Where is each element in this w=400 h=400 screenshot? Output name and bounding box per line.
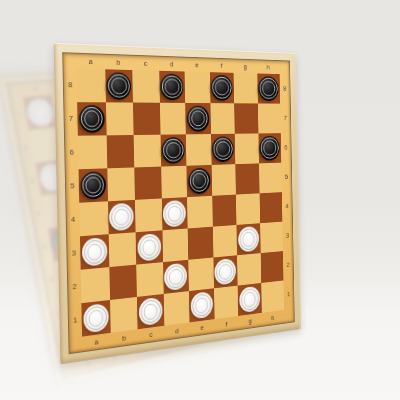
black-piece-d6[interactable] [162, 137, 185, 164]
margin-corner [7, 83, 23, 98]
square-e3[interactable] [188, 227, 213, 260]
margin-corner [69, 337, 82, 354]
rank-label-left-2: 2 [68, 270, 82, 305]
square-h4[interactable] [259, 192, 282, 223]
black-piece-h8[interactable] [258, 76, 279, 101]
piece-ring [114, 209, 129, 226]
white-piece-b4[interactable] [109, 203, 134, 231]
square-h6[interactable] [258, 133, 281, 163]
square-b4[interactable] [108, 200, 136, 234]
white-piece-g1[interactable] [239, 286, 260, 313]
square-g7[interactable] [234, 103, 258, 133]
square-g5[interactable] [235, 163, 259, 194]
square-a1 [23, 95, 58, 130]
file-label-top-d: d [159, 57, 185, 72]
white-piece-a1 [25, 98, 55, 127]
file-label-top-c: c [132, 56, 159, 71]
square-f8[interactable] [209, 72, 234, 103]
square-b5[interactable] [107, 167, 135, 201]
white-piece-a3[interactable] [82, 237, 108, 266]
rank-label-left-5: 5 [66, 169, 80, 203]
piece-ring [219, 264, 232, 280]
square-f5[interactable] [211, 164, 236, 196]
rank-label-left-2: 2 [16, 130, 35, 164]
rank-label-left-8: 8 [63, 68, 77, 102]
white-piece-f2[interactable] [214, 258, 236, 285]
square-b8[interactable] [105, 69, 133, 102]
rank-label-right-1: 1 [283, 279, 293, 309]
square-b2[interactable] [109, 265, 137, 300]
rank-label-left-3: 3 [67, 236, 81, 271]
black-piece-d8[interactable] [160, 74, 183, 101]
square-c6[interactable] [134, 135, 161, 168]
square-h7[interactable] [258, 103, 281, 133]
square-g4[interactable] [236, 193, 260, 225]
black-piece-e7[interactable] [187, 106, 210, 132]
square-d6[interactable] [160, 134, 186, 166]
rank-label-left-4: 4 [66, 203, 80, 237]
piece-ring [242, 231, 255, 247]
square-b6[interactable] [106, 135, 134, 168]
square-e5[interactable] [186, 165, 211, 197]
square-g3[interactable] [236, 223, 260, 255]
rank-label-left-4: 4 [29, 196, 48, 231]
square-h1[interactable] [261, 280, 284, 312]
square-a6[interactable] [78, 135, 107, 169]
white-piece-g3[interactable] [238, 226, 259, 253]
square-h2[interactable] [260, 251, 283, 283]
board-3d: abcdefgh8877665544332211abcdefgh [54, 43, 302, 365]
rank-label-left-1: 1 [69, 303, 83, 338]
square-f4[interactable] [212, 195, 237, 227]
square-c4[interactable] [135, 198, 162, 232]
piece-ring [27, 100, 53, 125]
square-e2[interactable] [188, 258, 213, 292]
square-d3[interactable] [162, 228, 188, 262]
rank-label-left-1: 1 [10, 97, 29, 131]
square-b7[interactable] [106, 102, 134, 135]
black-piece-b8[interactable] [106, 72, 131, 99]
square-b3[interactable] [108, 232, 136, 267]
white-piece-c1[interactable] [138, 297, 162, 326]
piece-ring [142, 239, 156, 256]
rank-label-left-7: 7 [64, 102, 78, 136]
square-e1[interactable] [189, 288, 214, 322]
square-c3[interactable] [136, 230, 163, 264]
file-label-top-e: e [184, 58, 209, 73]
margin-corner [284, 309, 294, 323]
file-label-top-a: a [76, 54, 105, 70]
square-d2[interactable] [163, 260, 189, 294]
square-e7[interactable] [185, 103, 210, 134]
margin-corner [279, 61, 289, 74]
black-piece-h6[interactable] [259, 136, 280, 161]
file-label-top-f: f [209, 59, 233, 73]
square-f3[interactable] [212, 225, 237, 258]
white-piece-e1[interactable] [190, 291, 212, 319]
square-f7[interactable] [210, 103, 235, 134]
photo-stage: abcdefgh8877665544332211abcdefgh abcdefg… [0, 0, 400, 400]
piece-ring [168, 206, 182, 222]
rank-label-right-7: 7 [280, 104, 290, 134]
square-g6[interactable] [235, 133, 259, 164]
wooden-frame: abcdefgh8877665544332211abcdefgh [54, 43, 302, 365]
square-g2[interactable] [237, 253, 261, 285]
rank-label-right-5: 5 [281, 162, 291, 192]
file-label-bottom-a: a [20, 81, 51, 97]
rank-label-right-4: 4 [282, 192, 292, 222]
rank-label-left-5: 5 [35, 229, 54, 264]
black-piece-e5[interactable] [188, 168, 211, 195]
square-f6[interactable] [211, 134, 236, 165]
square-g1[interactable] [238, 283, 262, 316]
piece-ring [87, 243, 102, 260]
square-d8[interactable] [159, 71, 185, 103]
black-piece-a5[interactable] [80, 171, 106, 199]
square-g8[interactable] [234, 73, 258, 104]
square-a8[interactable] [76, 69, 105, 103]
black-piece-a7[interactable] [79, 105, 105, 133]
square-a7[interactable] [77, 102, 106, 136]
square-a4[interactable] [79, 201, 108, 236]
rank-label-left-6: 6 [65, 136, 79, 170]
rank-label-right-2: 2 [283, 250, 293, 280]
rank-label-right-3: 3 [282, 221, 292, 251]
square-d4[interactable] [161, 197, 187, 230]
file-label-top-h: h [257, 60, 280, 74]
white-piece-d2[interactable] [164, 263, 187, 291]
square-e6[interactable] [186, 134, 211, 166]
board-scene: abcdefgh8877665544332211abcdefgh [56, 43, 356, 365]
square-c7[interactable] [133, 103, 160, 135]
square-d5[interactable] [161, 166, 187, 199]
square-c5[interactable] [134, 167, 161, 200]
board-surface: abcdefgh8877665544332211abcdefgh [63, 53, 294, 353]
rank-label-left-3: 3 [22, 163, 41, 198]
piece-ring [31, 104, 49, 121]
square-c1[interactable] [137, 294, 164, 329]
square-h8[interactable] [257, 73, 280, 103]
square-f2[interactable] [213, 255, 238, 288]
black-piece-f6[interactable] [212, 136, 234, 162]
margin-corner [63, 53, 76, 68]
square-c8[interactable] [132, 70, 159, 103]
square-a5[interactable] [79, 168, 108, 202]
square-h5[interactable] [259, 163, 282, 194]
black-piece-f8[interactable] [211, 75, 233, 101]
square-a3[interactable] [80, 234, 109, 270]
square-d7[interactable] [159, 103, 185, 135]
square-a1[interactable] [81, 300, 110, 337]
square-a2[interactable] [81, 267, 110, 303]
file-label-top-g: g [233, 59, 257, 73]
square-d1[interactable] [163, 291, 189, 326]
square-f1[interactable] [214, 286, 239, 319]
square-e8[interactable] [185, 71, 210, 103]
white-piece-c3[interactable] [137, 233, 161, 261]
square-e4[interactable] [187, 196, 212, 229]
file-label-top-b: b [105, 55, 133, 70]
white-piece-a1[interactable] [83, 303, 109, 333]
square-h3[interactable] [260, 222, 283, 254]
rank-label-right-6: 6 [281, 133, 291, 163]
square-b1[interactable] [110, 297, 138, 333]
white-piece-d4[interactable] [163, 200, 186, 227]
square-c2[interactable] [136, 262, 163, 297]
rank-label-right-8: 8 [280, 74, 290, 104]
